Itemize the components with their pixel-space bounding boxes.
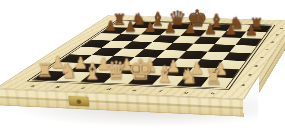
chess-board: ♜♞♝♛♚♝♞♜♟♟♟♟♟♟♟♟♟♟♟♟♟♟♟♟♜♞♝♛♚♝♞♜ abcdefg… [0, 15, 285, 99]
brass-clasp-icon [68, 96, 89, 107]
rank-label: 4 [254, 53, 269, 62]
board-grid: ♜♞♝♛♚♝♞♜♟♟♟♟♟♟♟♟♟♟♟♟♟♟♟♟♜♞♝♛♚♝♞♜ [32, 21, 273, 88]
board-field: ♜♞♝♛♚♝♞♜♟♟♟♟♟♟♟♟♟♟♟♟♟♟♟♟♜♞♝♛♚♝♞♜ [26, 20, 275, 90]
square-f6 [194, 37, 221, 45]
white-knight: ♞ [176, 66, 201, 87]
black-pawn: ♟ [160, 22, 181, 36]
square-f5 [186, 44, 214, 52]
black-pawn: ♟ [120, 20, 141, 34]
black-pawn: ♟ [241, 24, 262, 38]
file-label: d [94, 87, 124, 92]
rank-label: 2 [242, 71, 258, 81]
file-label: h [198, 91, 228, 96]
white-rook: ♜ [33, 61, 58, 80]
file-label: f [145, 89, 175, 94]
white-rook: ♜ [201, 68, 226, 88]
black-pawn: ♟ [180, 22, 201, 36]
square-h7: ♟ [241, 32, 266, 39]
chess-set-photo: ♜♞♝♛♚♝♞♜♟♟♟♟♟♟♟♟♟♟♟♟♟♟♟♟♜♞♝♛♚♝♞♜ abcdefg… [0, 0, 285, 132]
black-pawn: ♟ [220, 24, 241, 38]
black-pawn: ♟ [140, 21, 161, 35]
black-pawn: ♟ [100, 20, 121, 34]
square-h5 [229, 45, 256, 53]
white-bishop: ♝ [80, 60, 105, 83]
square-h6 [235, 38, 261, 46]
black-pawn: ♟ [200, 23, 221, 37]
square-h1: ♜ [201, 77, 233, 88]
white-king: ♚ [128, 56, 153, 85]
white-knight: ♞ [56, 61, 81, 81]
clasp-pin-icon [76, 99, 81, 104]
white-bishop: ♝ [152, 62, 177, 85]
rank-label: 3 [248, 62, 263, 71]
white-queen: ♛ [104, 58, 129, 83]
